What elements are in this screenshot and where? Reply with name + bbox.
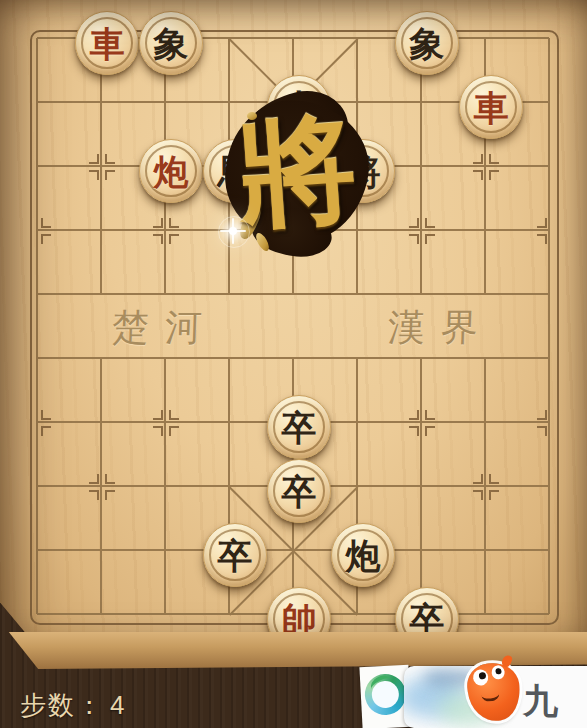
position-marker bbox=[537, 234, 547, 244]
position-marker bbox=[425, 410, 435, 420]
xiangqi-board: 楚河 漢界 車象象士車炮馬將卒卒卒炮帥卒 將 bbox=[0, 0, 587, 634]
piece-glyph: 車 bbox=[460, 76, 522, 138]
position-marker bbox=[537, 426, 547, 436]
position-marker bbox=[537, 410, 547, 420]
position-marker bbox=[41, 410, 51, 420]
position-marker bbox=[89, 490, 99, 500]
piece-glyph: 卒 bbox=[204, 524, 266, 586]
piece-glyph: 卒 bbox=[268, 396, 330, 458]
position-marker bbox=[281, 234, 291, 244]
position-marker bbox=[169, 410, 179, 420]
position-marker bbox=[297, 234, 307, 244]
piece-glyph: 炮 bbox=[332, 524, 394, 586]
piece-glyph: 卒 bbox=[268, 460, 330, 522]
position-marker bbox=[425, 426, 435, 436]
position-marker bbox=[473, 154, 483, 164]
piece-red-炮[interactable]: 炮 bbox=[139, 139, 203, 203]
game-screen: 楚河 漢界 車象象士車炮馬將卒卒卒炮帥卒 將 步数：4 bbox=[0, 0, 587, 728]
piece-red-車[interactable]: 車 bbox=[459, 75, 523, 139]
piece-glyph: 象 bbox=[396, 12, 458, 74]
piece-black-士[interactable]: 士 bbox=[267, 75, 331, 139]
position-marker bbox=[153, 218, 163, 228]
mascot-smile bbox=[480, 686, 500, 702]
position-marker bbox=[473, 170, 483, 180]
grid-vline bbox=[36, 38, 38, 614]
position-marker bbox=[41, 234, 51, 244]
piece-black-卒[interactable]: 卒 bbox=[267, 395, 331, 459]
piece-black-馬[interactable]: 馬 bbox=[203, 139, 267, 203]
position-marker bbox=[105, 474, 115, 484]
mascot-pupil bbox=[479, 672, 487, 680]
piece-black-將[interactable]: 將 bbox=[331, 139, 395, 203]
piece-glyph: 將 bbox=[332, 140, 394, 202]
piece-glyph: 車 bbox=[76, 12, 138, 74]
position-marker bbox=[105, 490, 115, 500]
grid-vline bbox=[420, 358, 422, 614]
position-marker bbox=[409, 410, 419, 420]
position-marker bbox=[297, 218, 307, 228]
grid-vline bbox=[420, 38, 422, 294]
position-marker bbox=[153, 234, 163, 244]
position-marker bbox=[169, 218, 179, 228]
position-marker bbox=[169, 234, 179, 244]
position-marker bbox=[153, 410, 163, 420]
position-marker bbox=[489, 170, 499, 180]
position-marker bbox=[409, 426, 419, 436]
piece-black-炮[interactable]: 炮 bbox=[331, 523, 395, 587]
position-marker bbox=[89, 154, 99, 164]
position-marker bbox=[489, 474, 499, 484]
move-counter-label: 步数： bbox=[20, 690, 104, 720]
grid-vline bbox=[484, 358, 486, 614]
piece-black-象[interactable]: 象 bbox=[395, 11, 459, 75]
piece-glyph: 象 bbox=[140, 12, 202, 74]
piece-glyph: 馬 bbox=[204, 140, 266, 202]
position-marker bbox=[489, 490, 499, 500]
river-label-right: 漢界 bbox=[387, 303, 495, 353]
grid-vline bbox=[548, 38, 550, 614]
grid-vline bbox=[164, 358, 166, 614]
position-marker bbox=[105, 170, 115, 180]
position-marker bbox=[41, 218, 51, 228]
position-marker bbox=[89, 474, 99, 484]
grid-vline bbox=[100, 358, 102, 614]
piece-black-卒[interactable]: 卒 bbox=[267, 459, 331, 523]
piece-glyph: 炮 bbox=[140, 140, 202, 202]
piece-black-象[interactable]: 象 bbox=[139, 11, 203, 75]
river-label-left: 楚河 bbox=[111, 303, 219, 353]
position-marker bbox=[409, 234, 419, 244]
position-marker bbox=[537, 218, 547, 228]
position-marker bbox=[41, 426, 51, 436]
piece-black-卒[interactable]: 卒 bbox=[203, 523, 267, 587]
position-marker bbox=[153, 426, 163, 436]
grid-vline bbox=[100, 38, 102, 294]
position-marker bbox=[473, 474, 483, 484]
move-counter-value: 4 bbox=[110, 690, 126, 720]
position-marker bbox=[169, 426, 179, 436]
position-marker bbox=[409, 218, 419, 228]
piece-red-車[interactable]: 車 bbox=[75, 11, 139, 75]
watermark-logo-text: 九游 bbox=[523, 678, 587, 728]
mascot-eye bbox=[472, 669, 489, 687]
position-marker bbox=[281, 218, 291, 228]
move-counter: 步数：4 bbox=[20, 688, 126, 723]
mascot-eye bbox=[491, 665, 506, 680]
globe-icon bbox=[364, 673, 407, 716]
piece-glyph: 士 bbox=[268, 76, 330, 138]
position-marker bbox=[105, 154, 115, 164]
mascot-pupil bbox=[495, 668, 502, 675]
position-marker bbox=[473, 490, 483, 500]
position-marker bbox=[89, 170, 99, 180]
position-marker bbox=[425, 234, 435, 244]
position-marker bbox=[489, 154, 499, 164]
position-marker bbox=[425, 218, 435, 228]
